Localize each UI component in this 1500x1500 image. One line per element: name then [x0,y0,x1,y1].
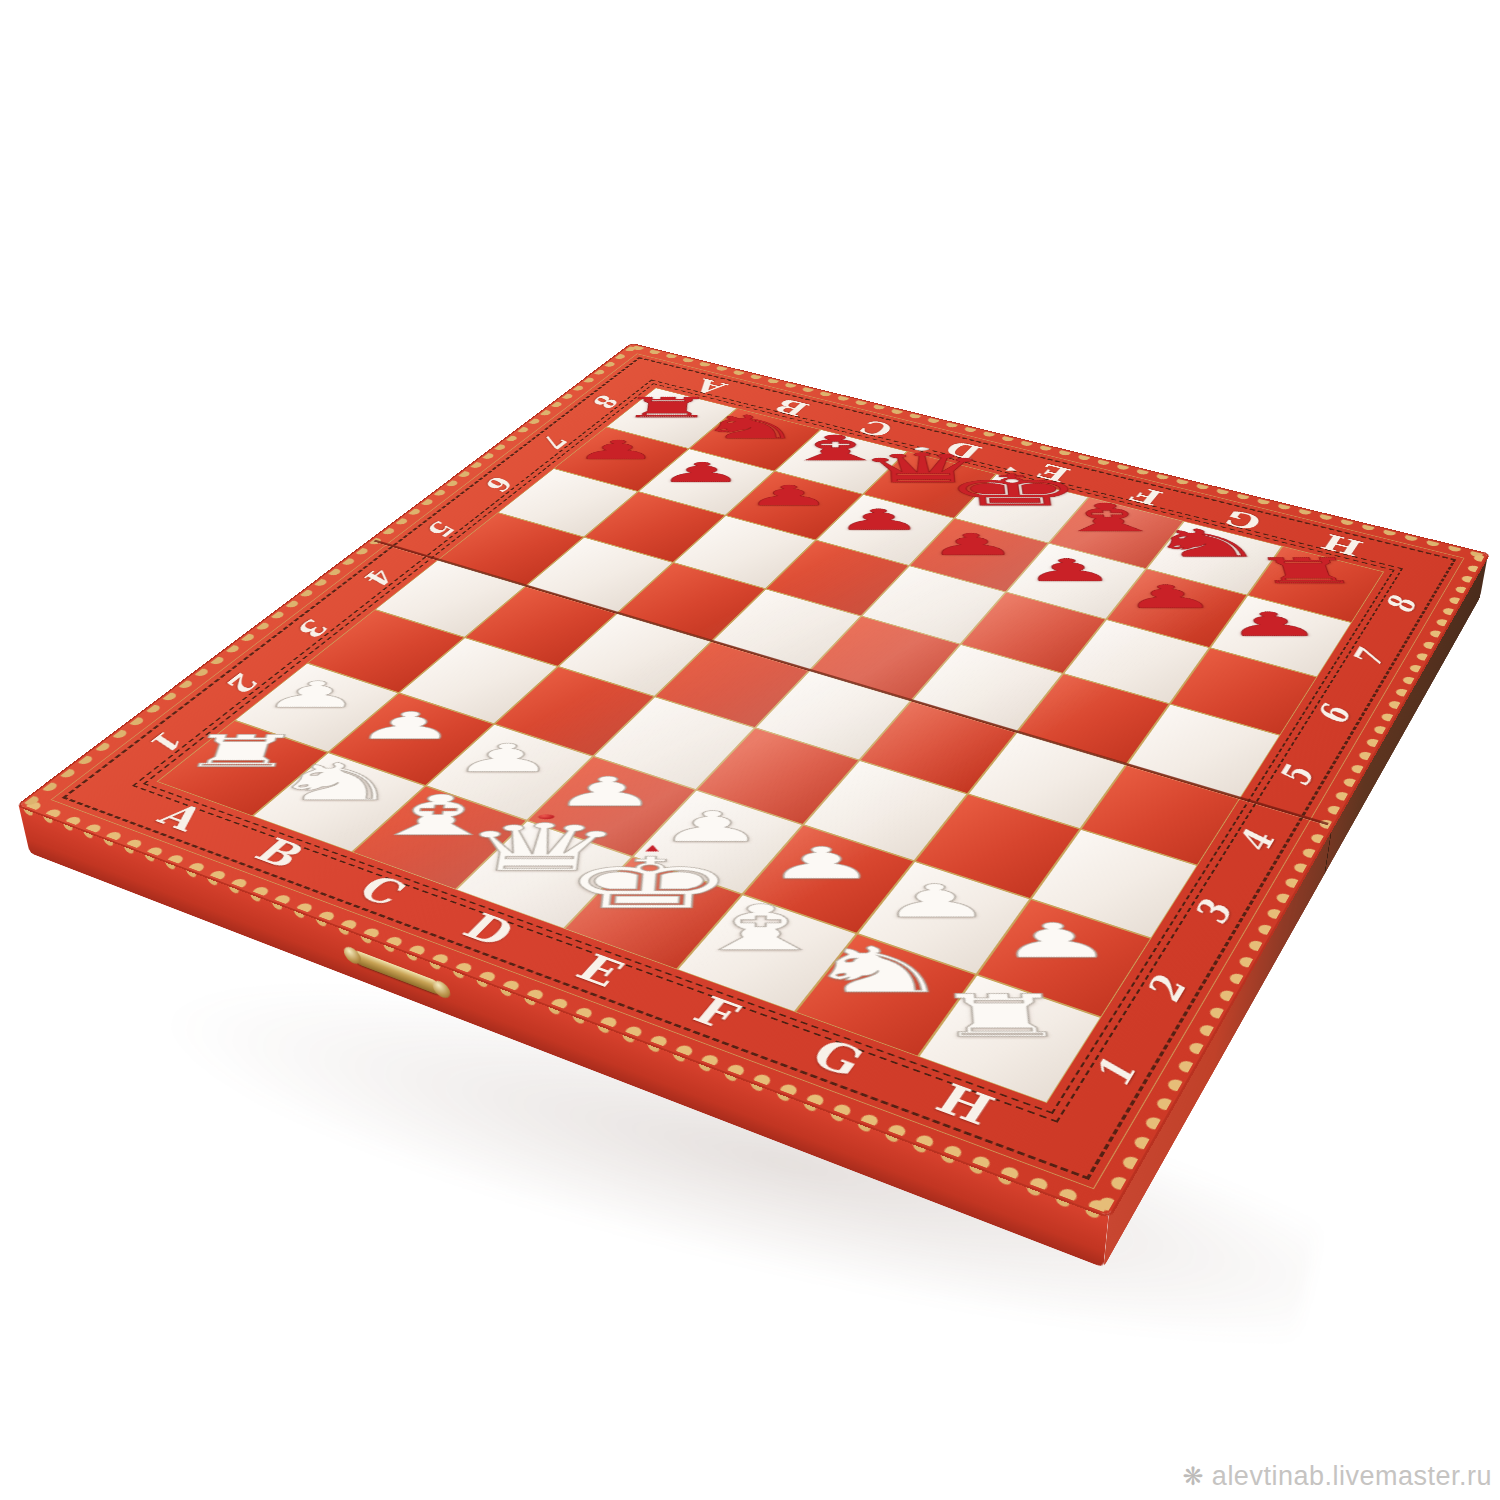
king-finial-icon [1005,467,1016,471]
label-rank-6-left: 6 [476,470,526,495]
label-rank-3-left: 3 [286,612,342,642]
label-rank-7-right: 7 [1344,643,1394,674]
label-rank-8-left: 8 [584,389,630,411]
label-rank-5-right: 5 [1270,758,1324,794]
label-rank-8-right: 8 [1377,590,1425,619]
label-rank-5-left: 5 [416,514,468,540]
label-rank-2-left: 2 [214,665,273,697]
scene: AABBCCDDEEFFGGHH1122334455667788 ♜♞♝♛♚♝♞… [0,0,1500,1500]
watermark: ❋ alevtinab.livemaster.ru [1182,1461,1492,1492]
queen-finial-icon [915,447,928,450]
snowflake-icon: ❋ [1182,1462,1203,1491]
label-rank-4-left: 4 [354,561,408,589]
label-rank-3-right: 3 [1184,892,1243,934]
label-rank-2-right: 2 [1136,967,1198,1012]
label-rank-4-right: 4 [1228,823,1284,862]
watermark-text: alevtinab.livemaster.ru [1212,1461,1492,1492]
label-rank-7-left: 7 [531,429,579,452]
fold-seam-side [1324,825,1332,875]
label-rank-6-right: 6 [1308,698,1360,731]
label-rank-1-left: 1 [137,723,198,757]
label-rank-1-right: 1 [1083,1049,1148,1098]
